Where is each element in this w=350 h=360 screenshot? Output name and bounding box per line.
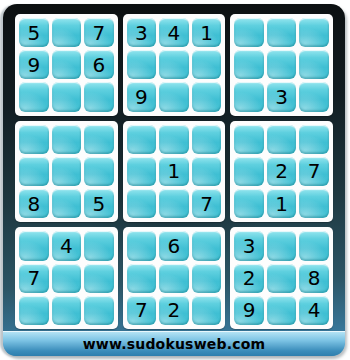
cell-r8c8[interactable]	[267, 264, 297, 293]
cell-r5c2[interactable]	[52, 157, 82, 186]
box-3-3: 32894	[230, 227, 333, 329]
cell-r6c6[interactable]: 7	[192, 189, 222, 218]
cell-r2c7[interactable]	[234, 50, 264, 79]
cell-r8c9[interactable]: 8	[299, 264, 329, 293]
cell-r7c1[interactable]	[19, 231, 49, 260]
cell-r9c6[interactable]	[192, 296, 222, 325]
cell-r9c8[interactable]	[267, 296, 297, 325]
cell-r4c4[interactable]	[127, 125, 157, 154]
cell-r4c8[interactable]	[267, 125, 297, 154]
box-2-1: 85	[15, 121, 118, 223]
cell-r1c7[interactable]	[234, 18, 264, 47]
cell-r8c5[interactable]	[159, 264, 189, 293]
cell-r5c6[interactable]	[192, 157, 222, 186]
cell-r2c4[interactable]	[127, 50, 157, 79]
cell-r4c9[interactable]	[299, 125, 329, 154]
cell-r5c7[interactable]	[234, 157, 264, 186]
cell-r6c1[interactable]: 8	[19, 189, 49, 218]
cell-r6c3[interactable]: 5	[84, 189, 114, 218]
cell-r3c6[interactable]	[192, 82, 222, 111]
cell-r5c1[interactable]	[19, 157, 49, 186]
cell-r6c7[interactable]	[234, 189, 264, 218]
cell-r2c6[interactable]	[192, 50, 222, 79]
cell-r3c1[interactable]	[19, 82, 49, 111]
cell-r3c9[interactable]	[299, 82, 329, 111]
cell-r7c7[interactable]: 3	[234, 231, 264, 260]
cell-r8c2[interactable]	[52, 264, 82, 293]
cell-r9c1[interactable]	[19, 296, 49, 325]
cell-r3c4[interactable]: 9	[127, 82, 157, 111]
box-1-3: 3	[230, 14, 333, 116]
cell-r1c2[interactable]	[52, 18, 82, 47]
cell-r8c4[interactable]	[127, 264, 157, 293]
cell-r1c1[interactable]: 5	[19, 18, 49, 47]
cell-r5c3[interactable]	[84, 157, 114, 186]
cell-r9c3[interactable]	[84, 296, 114, 325]
cell-r8c1[interactable]: 7	[19, 264, 49, 293]
cell-r6c4[interactable]	[127, 189, 157, 218]
sudoku-grid: 57963419385172714767232894	[15, 14, 333, 329]
cell-r7c5[interactable]: 6	[159, 231, 189, 260]
cell-r1c3[interactable]: 7	[84, 18, 114, 47]
cell-r4c1[interactable]	[19, 125, 49, 154]
cell-r1c5[interactable]: 4	[159, 18, 189, 47]
cell-r3c7[interactable]	[234, 82, 264, 111]
cell-r6c9[interactable]	[299, 189, 329, 218]
cell-r8c3[interactable]	[84, 264, 114, 293]
cell-r9c2[interactable]	[52, 296, 82, 325]
cell-r3c8[interactable]: 3	[267, 82, 297, 111]
cell-r7c8[interactable]	[267, 231, 297, 260]
cell-r3c5[interactable]	[159, 82, 189, 111]
board-footer: www.sudokusweb.com	[3, 331, 345, 356]
box-3-1: 47	[15, 227, 118, 329]
cell-r7c9[interactable]	[299, 231, 329, 260]
cell-r2c9[interactable]	[299, 50, 329, 79]
cell-r9c9[interactable]: 4	[299, 296, 329, 325]
cell-r5c9[interactable]: 7	[299, 157, 329, 186]
cell-r2c8[interactable]	[267, 50, 297, 79]
cell-r6c8[interactable]: 1	[267, 189, 297, 218]
sudoku-board: 57963419385172714767232894 www.sudokuswe…	[3, 4, 345, 356]
box-2-3: 271	[230, 121, 333, 223]
cell-r2c2[interactable]	[52, 50, 82, 79]
cell-r7c6[interactable]	[192, 231, 222, 260]
cell-r4c7[interactable]	[234, 125, 264, 154]
box-2-2: 17	[123, 121, 226, 223]
cell-r7c4[interactable]	[127, 231, 157, 260]
box-3-2: 672	[123, 227, 226, 329]
cell-r1c9[interactable]	[299, 18, 329, 47]
cell-r1c6[interactable]: 1	[192, 18, 222, 47]
cell-r2c3[interactable]: 6	[84, 50, 114, 79]
cell-r4c6[interactable]	[192, 125, 222, 154]
cell-r4c3[interactable]	[84, 125, 114, 154]
cell-r9c7[interactable]: 9	[234, 296, 264, 325]
cell-r4c5[interactable]	[159, 125, 189, 154]
cell-r9c4[interactable]: 7	[127, 296, 157, 325]
cell-r3c2[interactable]	[52, 82, 82, 111]
cell-r1c4[interactable]: 3	[127, 18, 157, 47]
box-1-1: 5796	[15, 14, 118, 116]
cell-r6c2[interactable]	[52, 189, 82, 218]
cell-r9c5[interactable]: 2	[159, 296, 189, 325]
cell-r8c6[interactable]	[192, 264, 222, 293]
cell-r3c3[interactable]	[84, 82, 114, 111]
cell-r5c5[interactable]: 1	[159, 157, 189, 186]
cell-r4c2[interactable]	[52, 125, 82, 154]
website-watermark: www.sudokusweb.com	[83, 336, 266, 352]
cell-r2c5[interactable]	[159, 50, 189, 79]
cell-r6c5[interactable]	[159, 189, 189, 218]
cell-r5c4[interactable]	[127, 157, 157, 186]
cell-r2c1[interactable]: 9	[19, 50, 49, 79]
cell-r5c8[interactable]: 2	[267, 157, 297, 186]
cell-r8c7[interactable]: 2	[234, 264, 264, 293]
cell-r7c2[interactable]: 4	[52, 231, 82, 260]
cell-r1c8[interactable]	[267, 18, 297, 47]
box-1-2: 3419	[123, 14, 226, 116]
cell-r7c3[interactable]	[84, 231, 114, 260]
